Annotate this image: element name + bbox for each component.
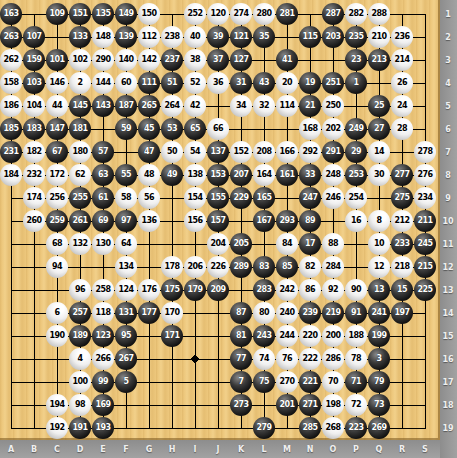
column-label-h: H: [169, 445, 176, 454]
stone-k7-move-152: 152: [230, 141, 252, 163]
stone-l13-move-283: 283: [253, 279, 275, 301]
row-label-2: 2: [445, 33, 451, 42]
go-board[interactable]: 1631091511351491502521202742802812872822…: [0, 0, 440, 440]
stone-e1-move-135: 135: [92, 3, 114, 25]
stone-n15-move-220: 220: [299, 325, 321, 347]
stone-o9-move-246: 246: [322, 187, 344, 209]
stone-i10-move-156: 156: [184, 210, 206, 232]
stone-f10-move-97: 97: [115, 210, 137, 232]
row-label-19: 19: [442, 424, 453, 433]
stone-m10-move-293: 293: [276, 210, 298, 232]
column-label-m: M: [283, 445, 291, 454]
hoshi-point: [191, 355, 199, 363]
stone-f4-move-60: 60: [115, 72, 137, 94]
stone-c10-move-259: 259: [46, 210, 68, 232]
stone-f16-move-267: 267: [115, 348, 137, 370]
stone-q6-move-27: 27: [368, 118, 390, 140]
stone-q15-move-199: 199: [368, 325, 390, 347]
stone-q5-move-25: 25: [368, 95, 390, 117]
stone-n12-move-82: 82: [299, 256, 321, 278]
column-label-j: J: [217, 445, 220, 454]
stone-c6-move-147: 147: [46, 118, 68, 140]
stone-r9-move-275: 275: [391, 187, 413, 209]
stone-f14-move-131: 131: [115, 302, 137, 324]
stone-m1-move-281: 281: [276, 3, 298, 25]
stone-c7-move-67: 67: [46, 141, 68, 163]
stone-o16-move-286: 286: [322, 348, 344, 370]
stone-g10-move-136: 136: [138, 210, 160, 232]
column-label-c: C: [54, 445, 60, 454]
row-label-10: 10: [442, 217, 453, 226]
stone-g7-move-47: 47: [138, 141, 160, 163]
stone-o18-move-198: 198: [322, 394, 344, 416]
stone-d7-move-180: 180: [69, 141, 91, 163]
stone-b6-move-183: 183: [23, 118, 45, 140]
stone-j7-move-137: 137: [207, 141, 229, 163]
stone-q12-move-12: 12: [368, 256, 390, 278]
stone-n17-move-221: 221: [299, 371, 321, 393]
stone-h12-move-178: 178: [161, 256, 183, 278]
stone-e10-move-69: 69: [92, 210, 114, 232]
column-label-l: L: [261, 445, 266, 454]
stone-h13-move-175: 175: [161, 279, 183, 301]
stone-e11-move-130: 130: [92, 233, 114, 255]
stone-g5-move-265: 265: [138, 95, 160, 117]
stone-o13-move-92: 92: [322, 279, 344, 301]
stone-r5-move-24: 24: [391, 95, 413, 117]
stone-i12-move-206: 206: [184, 256, 206, 278]
stone-j12-move-226: 226: [207, 256, 229, 278]
stone-o17-move-70: 70: [322, 371, 344, 393]
stone-p3-move-23: 23: [345, 49, 367, 71]
stone-b4-move-103: 103: [23, 72, 45, 94]
stone-b8-move-232: 232: [23, 164, 45, 186]
row-label-17: 17: [442, 378, 453, 387]
stone-e14-move-118: 118: [92, 302, 114, 324]
stone-i6-move-65: 65: [184, 118, 206, 140]
stone-e19-move-193: 193: [92, 417, 114, 439]
stone-s13-move-225: 225: [414, 279, 436, 301]
stone-r4-move-26: 26: [391, 72, 413, 94]
stone-j11-move-204: 204: [207, 233, 229, 255]
stone-q11-move-10: 10: [368, 233, 390, 255]
stone-a5-move-186: 186: [0, 95, 22, 117]
row-label-3: 3: [445, 56, 451, 65]
stone-k11-move-205: 205: [230, 233, 252, 255]
stone-e13-move-258: 258: [92, 279, 114, 301]
stone-o11-move-88: 88: [322, 233, 344, 255]
stone-e17-move-99: 99: [92, 371, 114, 393]
stone-g8-move-48: 48: [138, 164, 160, 186]
stone-g13-move-176: 176: [138, 279, 160, 301]
stone-d11-move-132: 132: [69, 233, 91, 255]
stone-r10-move-212: 212: [391, 210, 413, 232]
stone-s10-move-211: 211: [414, 210, 436, 232]
stone-c5-move-44: 44: [46, 95, 68, 117]
stone-g9-move-56: 56: [138, 187, 160, 209]
stone-i8-move-138: 138: [184, 164, 206, 186]
stone-h6-move-53: 53: [161, 118, 183, 140]
stone-m5-move-114: 114: [276, 95, 298, 117]
stone-h8-move-49: 49: [161, 164, 183, 186]
stone-l9-move-165: 165: [253, 187, 275, 209]
stone-l16-move-74: 74: [253, 348, 275, 370]
stone-o19-move-268: 268: [322, 417, 344, 439]
stone-k15-move-81: 81: [230, 325, 252, 347]
stone-a6-move-185: 185: [0, 118, 22, 140]
stone-h7-move-50: 50: [161, 141, 183, 163]
row-coordinates-strip: 12345678910111213141516171819: [440, 0, 457, 458]
stone-p16-move-78: 78: [345, 348, 367, 370]
stone-n14-move-239: 239: [299, 302, 321, 324]
stone-d18-move-98: 98: [69, 394, 91, 416]
stone-i3-move-38: 38: [184, 49, 206, 71]
go-client-window: 1631091511351491502521202742802812872822…: [0, 0, 457, 458]
stone-o2-move-203: 203: [322, 26, 344, 48]
stone-a1-move-163: 163: [0, 3, 22, 25]
column-label-s: S: [422, 445, 428, 454]
stone-a3-move-262: 262: [0, 49, 22, 71]
row-label-14: 14: [442, 309, 453, 318]
stone-n19-move-285: 285: [299, 417, 321, 439]
stone-d4-move-2: 2: [69, 72, 91, 94]
stone-k8-move-207: 207: [230, 164, 252, 186]
stone-n18-move-271: 271: [299, 394, 321, 416]
stone-l7-move-208: 208: [253, 141, 275, 163]
stone-d14-move-257: 257: [69, 302, 91, 324]
stone-j3-move-37: 37: [207, 49, 229, 71]
stone-d1-move-151: 151: [69, 3, 91, 25]
stone-q1-move-288: 288: [368, 3, 390, 25]
stone-e3-move-290: 290: [92, 49, 114, 71]
stone-r13-move-15: 15: [391, 279, 413, 301]
stone-h15-move-171: 171: [161, 325, 183, 347]
stone-q2-move-210: 210: [368, 26, 390, 48]
stone-g1-move-150: 150: [138, 3, 160, 25]
column-label-p: P: [353, 445, 359, 454]
stone-a2-move-263: 263: [0, 26, 22, 48]
stone-p14-move-91: 91: [345, 302, 367, 324]
stone-m8-move-161: 161: [276, 164, 298, 186]
stone-n5-move-21: 21: [299, 95, 321, 117]
stone-p6-move-249: 249: [345, 118, 367, 140]
stone-e7-move-57: 57: [92, 141, 114, 163]
stone-g2-move-112: 112: [138, 26, 160, 48]
column-coordinates-strip: ABCDEFGHIJKLMNOPQRS: [0, 440, 440, 458]
stone-l10-move-167: 167: [253, 210, 275, 232]
stone-m18-move-201: 201: [276, 394, 298, 416]
stone-f8-move-55: 55: [115, 164, 137, 186]
stone-d16-move-4: 4: [69, 348, 91, 370]
column-label-g: G: [146, 445, 153, 454]
stone-f17-move-5: 5: [115, 371, 137, 393]
stone-i2-move-40: 40: [184, 26, 206, 48]
stone-b9-move-174: 174: [23, 187, 45, 209]
row-label-7: 7: [445, 148, 451, 157]
stone-k14-move-87: 87: [230, 302, 252, 324]
stone-r12-move-218: 218: [391, 256, 413, 278]
stone-f6-move-59: 59: [115, 118, 137, 140]
stone-o15-move-200: 200: [322, 325, 344, 347]
stone-h4-move-51: 51: [161, 72, 183, 94]
stone-s8-move-276: 276: [414, 164, 436, 186]
stone-m14-move-240: 240: [276, 302, 298, 324]
stone-r2-move-236: 236: [391, 26, 413, 48]
stone-q3-move-213: 213: [368, 49, 390, 71]
stone-g3-move-142: 142: [138, 49, 160, 71]
stone-e4-move-144: 144: [92, 72, 114, 94]
stone-h5-move-264: 264: [161, 95, 183, 117]
stone-l8-move-164: 164: [253, 164, 275, 186]
stone-q8-move-30: 30: [368, 164, 390, 186]
stone-r6-move-28: 28: [391, 118, 413, 140]
stone-c15-move-190: 190: [46, 325, 68, 347]
stone-d3-move-102: 102: [69, 49, 91, 71]
column-label-a: A: [8, 445, 14, 454]
stone-o6-move-202: 202: [322, 118, 344, 140]
stone-a7-move-231: 231: [0, 141, 22, 163]
stone-p7-move-29: 29: [345, 141, 367, 163]
stone-l15-move-243: 243: [253, 325, 275, 347]
stone-d2-move-133: 133: [69, 26, 91, 48]
stone-o12-move-284: 284: [322, 256, 344, 278]
stone-l2-move-35: 35: [253, 26, 275, 48]
stone-k16-move-77: 77: [230, 348, 252, 370]
stone-p4-move-1: 1: [345, 72, 367, 94]
stone-p1-move-282: 282: [345, 3, 367, 25]
stone-q17-move-79: 79: [368, 371, 390, 393]
stone-j4-move-36: 36: [207, 72, 229, 94]
stone-c3-move-101: 101: [46, 49, 68, 71]
stone-p2-move-235: 235: [345, 26, 367, 48]
stone-d6-move-181: 181: [69, 118, 91, 140]
stone-j1-move-120: 120: [207, 3, 229, 25]
stone-o5-move-250: 250: [322, 95, 344, 117]
stone-m11-move-84: 84: [276, 233, 298, 255]
stone-c18-move-194: 194: [46, 394, 68, 416]
stone-d19-move-191: 191: [69, 417, 91, 439]
stone-n6-move-168: 168: [299, 118, 321, 140]
stone-i5-move-42: 42: [184, 95, 206, 117]
stone-i4-move-52: 52: [184, 72, 206, 94]
stone-l14-move-80: 80: [253, 302, 275, 324]
stone-p15-move-188: 188: [345, 325, 367, 347]
stone-p9-move-254: 254: [345, 187, 367, 209]
stone-k18-move-273: 273: [230, 394, 252, 416]
stone-s7-move-278: 278: [414, 141, 436, 163]
stone-n8-move-33: 33: [299, 164, 321, 186]
stone-s9-move-234: 234: [414, 187, 436, 209]
stone-c1-move-109: 109: [46, 3, 68, 25]
stone-q14-move-241: 241: [368, 302, 390, 324]
stone-q10-move-8: 8: [368, 210, 390, 232]
stone-n4-move-19: 19: [299, 72, 321, 94]
stone-e9-move-61: 61: [92, 187, 114, 209]
row-label-18: 18: [442, 401, 453, 410]
stone-l17-move-75: 75: [253, 371, 275, 393]
row-label-8: 8: [445, 171, 451, 180]
stone-q19-move-269: 269: [368, 417, 390, 439]
stone-m13-move-242: 242: [276, 279, 298, 301]
stone-m17-move-270: 270: [276, 371, 298, 393]
row-label-4: 4: [445, 79, 451, 88]
stone-d10-move-261: 261: [69, 210, 91, 232]
stone-k17-move-7: 7: [230, 371, 252, 393]
stone-b5-move-104: 104: [23, 95, 45, 117]
stone-k12-move-289: 289: [230, 256, 252, 278]
stone-q18-move-73: 73: [368, 394, 390, 416]
stone-j9-move-155: 155: [207, 187, 229, 209]
stone-i1-move-252: 252: [184, 3, 206, 25]
stone-o8-move-248: 248: [322, 164, 344, 186]
stone-k1-move-274: 274: [230, 3, 252, 25]
stone-h3-move-237: 237: [161, 49, 183, 71]
stone-i7-move-54: 54: [184, 141, 206, 163]
stone-p10-move-16: 16: [345, 210, 367, 232]
stone-g14-move-177: 177: [138, 302, 160, 324]
stone-c9-move-256: 256: [46, 187, 68, 209]
stone-n16-move-222: 222: [299, 348, 321, 370]
stone-b2-move-107: 107: [23, 26, 45, 48]
column-label-b: B: [31, 445, 37, 454]
stone-k5-move-34: 34: [230, 95, 252, 117]
stone-f11-move-64: 64: [115, 233, 137, 255]
stone-c14-move-6: 6: [46, 302, 68, 324]
stone-s12-move-215: 215: [414, 256, 436, 278]
stone-c4-move-146: 146: [46, 72, 68, 94]
stone-i9-move-154: 154: [184, 187, 206, 209]
stone-l5-move-32: 32: [253, 95, 275, 117]
stone-m16-move-76: 76: [276, 348, 298, 370]
stone-e16-move-266: 266: [92, 348, 114, 370]
column-label-d: D: [77, 445, 84, 454]
stone-n7-move-292: 292: [299, 141, 321, 163]
stone-k2-move-121: 121: [230, 26, 252, 48]
stone-r8-move-277: 277: [391, 164, 413, 186]
stone-q13-move-13: 13: [368, 279, 390, 301]
stone-n11-move-17: 17: [299, 233, 321, 255]
stone-b10-move-260: 260: [23, 210, 45, 232]
stone-a4-move-158: 158: [0, 72, 22, 94]
stone-m7-move-166: 166: [276, 141, 298, 163]
column-label-f: F: [123, 445, 128, 454]
stone-d9-move-255: 255: [69, 187, 91, 209]
stone-j13-move-209: 209: [207, 279, 229, 301]
stone-n9-move-247: 247: [299, 187, 321, 209]
stone-r3-move-214: 214: [391, 49, 413, 71]
stone-p13-move-90: 90: [345, 279, 367, 301]
stone-f12-move-134: 134: [115, 256, 137, 278]
stone-f5-move-187: 187: [115, 95, 137, 117]
stone-f2-move-139: 139: [115, 26, 137, 48]
stone-c8-move-172: 172: [46, 164, 68, 186]
stone-o14-move-219: 219: [322, 302, 344, 324]
stone-l1-move-280: 280: [253, 3, 275, 25]
stone-d15-move-189: 189: [69, 325, 91, 347]
stone-d17-move-100: 100: [69, 371, 91, 393]
column-label-o: O: [330, 445, 337, 454]
stone-b3-move-159: 159: [23, 49, 45, 71]
stone-h14-move-170: 170: [161, 302, 183, 324]
stone-k9-move-229: 229: [230, 187, 252, 209]
stone-b7-move-182: 182: [23, 141, 45, 163]
stone-o7-move-291: 291: [322, 141, 344, 163]
stone-f9-move-58: 58: [115, 187, 137, 209]
row-label-6: 6: [445, 125, 451, 134]
column-label-q: Q: [376, 445, 383, 454]
stone-p19-move-223: 223: [345, 417, 367, 439]
row-label-9: 9: [445, 194, 451, 203]
column-label-i: I: [194, 445, 197, 454]
stone-s11-move-245: 245: [414, 233, 436, 255]
stone-e2-move-148: 148: [92, 26, 114, 48]
stone-n13-move-86: 86: [299, 279, 321, 301]
stone-i13-move-179: 179: [184, 279, 206, 301]
stone-j8-move-153: 153: [207, 164, 229, 186]
stone-c19-move-192: 192: [46, 417, 68, 439]
stone-j2-move-39: 39: [207, 26, 229, 48]
column-label-n: N: [307, 445, 314, 454]
row-label-5: 5: [445, 102, 451, 111]
stone-c12-move-94: 94: [46, 256, 68, 278]
stone-l12-move-83: 83: [253, 256, 275, 278]
row-label-13: 13: [442, 286, 453, 295]
stone-n10-move-89: 89: [299, 210, 321, 232]
stone-o1-move-287: 287: [322, 3, 344, 25]
stone-d8-move-62: 62: [69, 164, 91, 186]
stone-j6-move-66: 66: [207, 118, 229, 140]
stone-n2-move-115: 115: [299, 26, 321, 48]
stone-f3-move-140: 140: [115, 49, 137, 71]
stone-q7-move-14: 14: [368, 141, 390, 163]
column-label-k: K: [238, 445, 244, 454]
stone-p8-move-253: 253: [345, 164, 367, 186]
stone-c11-move-68: 68: [46, 233, 68, 255]
stone-l4-move-43: 43: [253, 72, 275, 94]
stone-e5-move-143: 143: [92, 95, 114, 117]
stone-k3-move-127: 127: [230, 49, 252, 71]
column-label-e: E: [100, 445, 105, 454]
stone-g4-move-111: 111: [138, 72, 160, 94]
column-label-r: R: [399, 445, 405, 454]
stone-g6-move-45: 45: [138, 118, 160, 140]
row-label-12: 12: [442, 263, 453, 272]
stone-e8-move-63: 63: [92, 164, 114, 186]
stone-f13-move-124: 124: [115, 279, 137, 301]
row-label-1: 1: [445, 10, 451, 19]
stone-o4-move-251: 251: [322, 72, 344, 94]
stone-a8-move-184: 184: [0, 164, 22, 186]
row-label-11: 11: [442, 240, 453, 249]
stone-m15-move-244: 244: [276, 325, 298, 347]
stone-d13-move-96: 96: [69, 279, 91, 301]
stone-q16-move-3: 3: [368, 348, 390, 370]
stone-f1-move-149: 149: [115, 3, 137, 25]
stone-p17-move-71: 71: [345, 371, 367, 393]
stone-p18-move-72: 72: [345, 394, 367, 416]
stone-d5-move-145: 145: [69, 95, 91, 117]
stone-j10-move-157: 157: [207, 210, 229, 232]
stone-m12-move-85: 85: [276, 256, 298, 278]
stone-k4-move-31: 31: [230, 72, 252, 94]
stone-r11-move-233: 233: [391, 233, 413, 255]
stone-m4-move-20: 20: [276, 72, 298, 94]
stone-r14-move-197: 197: [391, 302, 413, 324]
stone-h2-move-238: 238: [161, 26, 183, 48]
row-label-15: 15: [442, 332, 453, 341]
stone-m3-move-41: 41: [276, 49, 298, 71]
stone-f15-move-95: 95: [115, 325, 137, 347]
